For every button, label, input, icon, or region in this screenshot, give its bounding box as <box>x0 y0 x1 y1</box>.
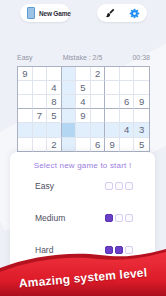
difficulty-level-indicator <box>105 214 133 222</box>
sudoku-cell[interactable]: 5 <box>76 81 91 95</box>
sudoku-cell[interactable]: 2 <box>91 67 106 81</box>
sudoku-cell[interactable]: 8 <box>47 95 62 109</box>
sudoku-cell[interactable] <box>18 138 33 152</box>
sudoku-cell[interactable] <box>33 81 48 95</box>
sudoku-cell[interactable] <box>76 123 91 137</box>
sudoku-cell[interactable] <box>18 123 33 137</box>
sudoku-cell[interactable]: 9 <box>18 67 33 81</box>
sudoku-cell[interactable] <box>120 138 135 152</box>
sudoku-cell[interactable] <box>105 67 120 81</box>
sudoku-app-screen: New Game Easy Mistake : 2/5 <box>0 0 166 296</box>
sudoku-cell[interactable] <box>47 123 62 137</box>
sudoku-cell[interactable]: 6 <box>120 95 135 109</box>
sudoku-cell[interactable]: 5 <box>134 138 149 152</box>
sudoku-cell[interactable] <box>91 123 106 137</box>
level-square-empty <box>115 214 123 222</box>
difficulty-level-indicator <box>105 182 133 190</box>
status-bar: Easy Mistake : 2/5 00:38 <box>17 54 150 61</box>
sudoku-cell[interactable]: 3 <box>134 123 149 137</box>
sudoku-cell[interactable] <box>76 138 91 152</box>
sudoku-cell[interactable] <box>62 67 77 81</box>
sudoku-cell[interactable] <box>18 95 33 109</box>
sudoku-cell[interactable] <box>33 67 48 81</box>
sudoku-cell[interactable] <box>105 95 120 109</box>
sudoku-cell[interactable] <box>91 95 106 109</box>
level-square-filled <box>105 214 113 222</box>
timer: 00:38 <box>132 54 150 61</box>
sudoku-cell[interactable]: 9 <box>134 95 149 109</box>
sudoku-cell[interactable] <box>18 109 33 123</box>
difficulty-option-medium[interactable]: Medium <box>10 211 155 224</box>
difficulty-label: Easy <box>17 54 33 61</box>
promo-banner: Amazing system level <box>0 244 166 296</box>
difficulty-option-easy[interactable]: Easy <box>10 179 155 192</box>
dialog-title: Select new game to start ! <box>10 161 155 170</box>
sudoku-cell[interactable]: 5 <box>47 109 62 123</box>
sudoku-cell[interactable] <box>105 123 120 137</box>
sudoku-cell[interactable]: 4 <box>76 95 91 109</box>
sudoku-cell[interactable] <box>33 123 48 137</box>
level-square-empty <box>105 182 113 190</box>
sudoku-cell[interactable] <box>91 81 106 95</box>
sudoku-cell[interactable] <box>47 67 62 81</box>
sudoku-cell[interactable]: 4 <box>47 81 62 95</box>
sudoku-cell[interactable] <box>62 109 77 123</box>
sudoku-cell[interactable] <box>105 109 120 123</box>
sudoku-cell[interactable] <box>62 81 77 95</box>
new-game-button[interactable]: New Game <box>20 4 70 22</box>
sudoku-cell[interactable] <box>91 109 106 123</box>
sudoku-cell[interactable] <box>120 109 135 123</box>
sudoku-cell[interactable] <box>62 123 77 137</box>
sudoku-cell[interactable]: 9 <box>105 138 120 152</box>
header-tools <box>97 4 147 22</box>
sudoku-cell[interactable] <box>62 95 77 109</box>
level-square-empty <box>115 182 123 190</box>
sudoku-cell[interactable] <box>134 67 149 81</box>
sudoku-cell[interactable] <box>120 81 135 95</box>
sudoku-cell[interactable] <box>33 95 48 109</box>
sudoku-cell[interactable] <box>120 67 135 81</box>
sudoku-cell[interactable] <box>33 138 48 152</box>
difficulty-option-label: Easy <box>35 181 54 191</box>
sudoku-cell[interactable]: 2 <box>47 138 62 152</box>
sudoku-cell[interactable]: 7 <box>33 109 48 123</box>
sudoku-grid-icon <box>27 7 35 19</box>
sudoku-cell[interactable] <box>62 138 77 152</box>
sudoku-cell[interactable] <box>134 81 149 95</box>
difficulty-option-label: Medium <box>35 213 65 223</box>
new-game-label: New Game <box>39 10 71 17</box>
level-square-empty <box>125 214 133 222</box>
sudoku-cell[interactable]: 6 <box>91 138 106 152</box>
gear-icon[interactable] <box>129 8 140 19</box>
level-square-empty <box>125 182 133 190</box>
sudoku-cell[interactable] <box>134 109 149 123</box>
sudoku-cell[interactable] <box>18 81 33 95</box>
sudoku-cell[interactable] <box>105 81 120 95</box>
sudoku-cell[interactable]: 9 <box>76 109 91 123</box>
sudoku-cell[interactable]: 4 <box>120 123 135 137</box>
mistakes-counter: Mistake : 2/5 <box>63 54 103 61</box>
brush-icon[interactable] <box>104 8 115 19</box>
sudoku-cell[interactable] <box>76 67 91 81</box>
